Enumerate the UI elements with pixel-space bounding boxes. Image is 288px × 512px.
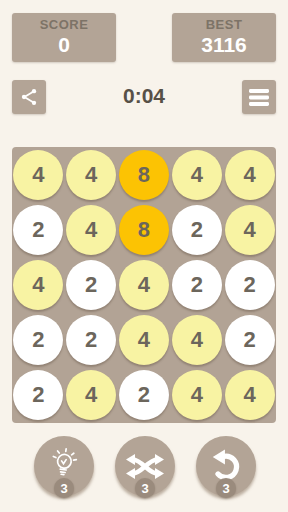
board-cell: 2 — [65, 257, 118, 312]
best-value: 3116 — [201, 33, 247, 56]
shuffle-icon — [125, 451, 165, 482]
board-cell: 4 — [12, 257, 65, 312]
board-cell: 2 — [170, 257, 223, 312]
tile-4[interactable]: 4 — [172, 315, 222, 365]
tile-4[interactable]: 4 — [66, 205, 116, 255]
tile-2[interactable]: 2 — [225, 260, 275, 310]
tile-4[interactable]: 4 — [119, 260, 169, 310]
board-cell: 2 — [170, 202, 223, 257]
tile-2[interactable]: 2 — [66, 260, 116, 310]
undo-count-badge: 3 — [216, 478, 236, 498]
board-cell: 4 — [223, 202, 276, 257]
tile-2[interactable]: 2 — [172, 260, 222, 310]
tile-4[interactable]: 4 — [225, 370, 275, 420]
menu-button[interactable] — [242, 80, 276, 114]
board-cell: 4 — [118, 257, 171, 312]
board-cell: 4 — [65, 368, 118, 423]
board-cell: 2 — [118, 368, 171, 423]
tile-8[interactable]: 8 — [119, 150, 169, 200]
best-label: BEST — [206, 18, 243, 33]
board-cell: 8 — [118, 202, 171, 257]
tile-2[interactable]: 2 — [119, 370, 169, 420]
score-value: 0 — [58, 33, 70, 56]
board-cell: 4 — [170, 313, 223, 368]
tile-4[interactable]: 4 — [66, 370, 116, 420]
board-cell: 4 — [65, 202, 118, 257]
tile-2[interactable]: 2 — [13, 205, 63, 255]
tile-4[interactable]: 4 — [172, 370, 222, 420]
board-cell: 2 — [223, 313, 276, 368]
board-cell: 2 — [12, 368, 65, 423]
tile-4[interactable]: 4 — [172, 150, 222, 200]
board[interactable]: 4484424824424222244224244 — [12, 147, 276, 423]
best-panel: BEST 3116 — [172, 13, 276, 62]
hamburger-menu-icon — [249, 89, 269, 106]
tile-8[interactable]: 8 — [119, 205, 169, 255]
tile-4[interactable]: 4 — [225, 150, 275, 200]
hint-button[interactable]: 3 — [34, 436, 94, 496]
board-cell: 4 — [223, 147, 276, 202]
board-cell: 4 — [65, 147, 118, 202]
board-cell: 4 — [12, 147, 65, 202]
tile-4[interactable]: 4 — [13, 150, 63, 200]
tile-4[interactable]: 4 — [66, 150, 116, 200]
hint-count-badge: 3 — [54, 478, 74, 498]
tile-2[interactable]: 2 — [66, 315, 116, 365]
board-cell: 4 — [118, 313, 171, 368]
tile-4[interactable]: 4 — [225, 205, 275, 255]
tile-2[interactable]: 2 — [13, 370, 63, 420]
score-label: SCORE — [40, 18, 89, 33]
board-cell: 2 — [12, 313, 65, 368]
tile-4[interactable]: 4 — [119, 315, 169, 365]
board-cell: 4 — [170, 147, 223, 202]
undo-button[interactable]: 3 — [196, 436, 256, 496]
score-panel: SCORE 0 — [12, 13, 116, 62]
board-cell: 4 — [223, 368, 276, 423]
board-cell: 2 — [12, 202, 65, 257]
game-screen: SCORE 0 BEST 3116 0:04 4484424824 — [0, 0, 288, 512]
shuffle-count-badge: 3 — [135, 478, 155, 498]
tile-2[interactable]: 2 — [13, 315, 63, 365]
board-cell: 4 — [170, 368, 223, 423]
board-cell: 2 — [223, 257, 276, 312]
tile-2[interactable]: 2 — [172, 205, 222, 255]
shuffle-button[interactable]: 3 — [115, 436, 175, 496]
board-cell: 2 — [65, 313, 118, 368]
board-cell: 8 — [118, 147, 171, 202]
tile-4[interactable]: 4 — [13, 260, 63, 310]
tile-2[interactable]: 2 — [225, 315, 275, 365]
